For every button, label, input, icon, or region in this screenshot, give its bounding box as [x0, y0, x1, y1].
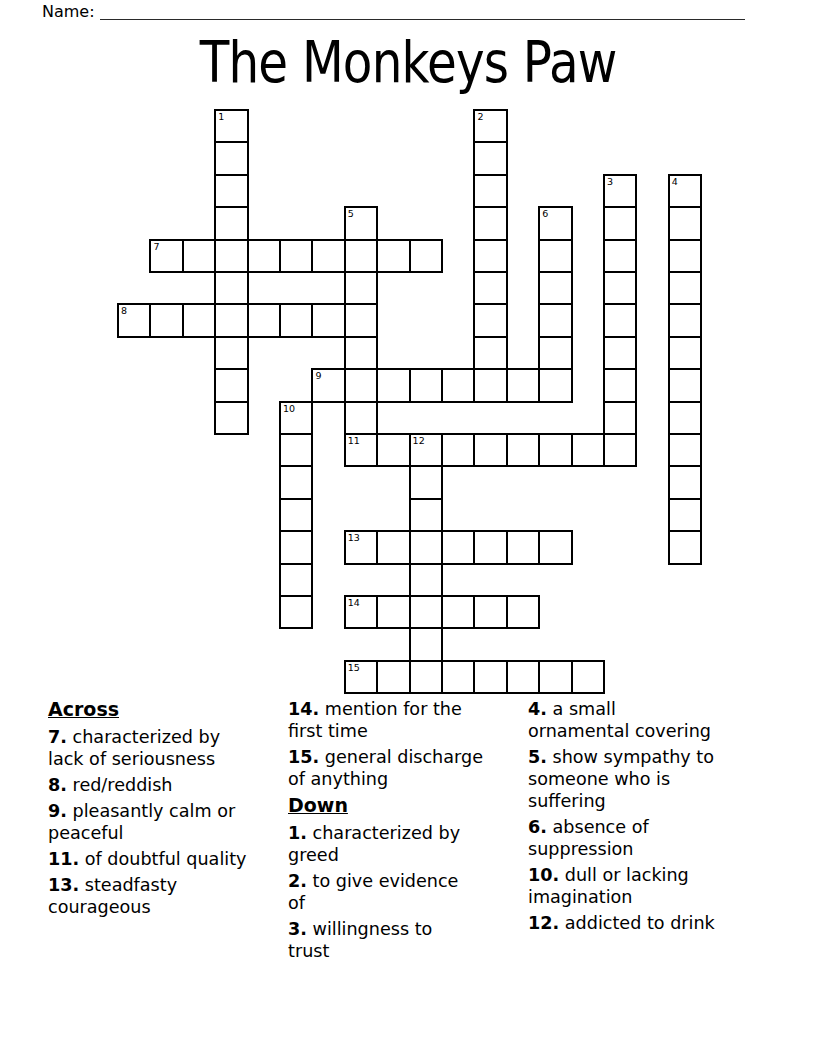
grid-cell-r4c11[interactable] [473, 239, 507, 273]
grid-cell-r15c8[interactable] [376, 595, 410, 629]
cell-number-5: 5 [348, 209, 354, 219]
grid-cell-r8c12[interactable] [506, 368, 540, 402]
grid-cell-r3c17[interactable] [668, 206, 702, 240]
puzzle-title: The Monkeys Paw [200, 33, 617, 93]
grid-cell-r6c2[interactable] [182, 303, 216, 337]
clue-13: 13. steadfasty courageous [48, 874, 282, 918]
crossword-grid: 123456789101112131415 [118, 110, 702, 694]
clue-10: 10. dull or lacking imagination [528, 864, 758, 908]
clue-text: addicted to drink [559, 913, 715, 933]
clue-11: 11. of doubtful quality [48, 848, 282, 870]
grid-cell-r10c13[interactable] [538, 433, 572, 467]
grid-cell-r10c5[interactable] [279, 433, 313, 467]
grid-cell-r10c17[interactable] [668, 433, 702, 467]
cell-number-11: 11 [348, 436, 360, 446]
grid-cell-r7c11[interactable] [473, 336, 507, 370]
grid-cell-r0c11[interactable]: 2 [473, 109, 507, 143]
grid-cell-r7c7[interactable] [344, 336, 378, 370]
grid-cell-r6c5[interactable] [279, 303, 313, 337]
clue-9: 9. pleasantly calm or peaceful [48, 800, 282, 844]
grid-cell-r3c7[interactable]: 5 [344, 206, 378, 240]
clue-number-label: 1. [288, 823, 307, 843]
cell-number-1: 1 [218, 112, 224, 122]
clue-1: 1. characterized by greed [288, 822, 510, 866]
grid-cell-r4c5[interactable] [279, 239, 313, 273]
cell-number-10: 10 [283, 404, 295, 414]
grid-cell-r4c2[interactable] [182, 239, 216, 273]
grid-cell-r8c17[interactable] [668, 368, 702, 402]
grid-cell-r17c10[interactable] [441, 660, 475, 694]
grid-cell-r8c8[interactable] [376, 368, 410, 402]
grid-cell-r8c13[interactable] [538, 368, 572, 402]
clue-5: 5. show sympathy to someone who is suffe… [528, 746, 758, 812]
clue-text: show sympathy to someone who is sufferin… [528, 747, 714, 811]
clue-text: a small ornamental covering [528, 699, 711, 741]
cell-number-8: 8 [121, 306, 127, 316]
clue-text: red/reddish [67, 775, 173, 795]
grid-cell-r5c3[interactable] [214, 271, 248, 305]
grid-cell-r9c15[interactable] [603, 401, 637, 435]
grid-cell-r10c7[interactable]: 11 [344, 433, 378, 467]
grid-cell-r1c11[interactable] [473, 141, 507, 175]
grid-cell-r6c7[interactable] [344, 303, 378, 337]
grid-cell-r10c15[interactable] [603, 433, 637, 467]
grid-cell-r15c10[interactable] [441, 595, 475, 629]
grid-cell-r2c3[interactable] [214, 174, 248, 208]
grid-cell-r14c5[interactable] [279, 563, 313, 597]
grid-cell-r6c13[interactable] [538, 303, 572, 337]
grid-cell-r8c15[interactable] [603, 368, 637, 402]
grid-cell-r8c11[interactable] [473, 368, 507, 402]
clue-number-label: 12. [528, 913, 559, 933]
grid-cell-r3c13[interactable]: 6 [538, 206, 572, 240]
clue-number-label: 10. [528, 865, 559, 885]
grid-cell-r12c17[interactable] [668, 498, 702, 532]
cell-number-2: 2 [477, 112, 483, 122]
grid-cell-r13c12[interactable] [506, 530, 540, 564]
clue-list-header-down: Down [288, 794, 510, 816]
clue-6: 6. absence of suppression [528, 816, 758, 860]
grid-cell-r5c13[interactable] [538, 271, 572, 305]
clue-number-label: 11. [48, 849, 79, 869]
grid-cell-r15c11[interactable] [473, 595, 507, 629]
clue-number-label: 14. [288, 699, 319, 719]
clue-number-label: 6. [528, 817, 547, 837]
grid-cell-r4c3[interactable] [214, 239, 248, 273]
clue-column-2: 14. mention for the first time15. genera… [288, 698, 510, 966]
grid-cell-r7c17[interactable] [668, 336, 702, 370]
grid-cell-r4c7[interactable] [344, 239, 378, 273]
clue-4: 4. a small ornamental covering [528, 698, 758, 742]
grid-cell-r4c17[interactable] [668, 239, 702, 273]
clue-text: absence of suppression [528, 817, 649, 859]
grid-cell-r13c10[interactable] [441, 530, 475, 564]
grid-cell-r17c11[interactable] [473, 660, 507, 694]
grid-cell-r7c3[interactable] [214, 336, 248, 370]
clue-column-3: 4. a small ornamental covering5. show sy… [528, 698, 758, 938]
grid-cell-r10c10[interactable] [441, 433, 475, 467]
grid-cell-r8c6[interactable]: 9 [311, 368, 345, 402]
clue-14: 14. mention for the first time [288, 698, 510, 742]
clue-number-label: 9. [48, 801, 67, 821]
grid-cell-r7c13[interactable] [538, 336, 572, 370]
grid-cell-r9c7[interactable] [344, 401, 378, 435]
grid-cell-r17c9[interactable] [409, 660, 443, 694]
grid-cell-r4c8[interactable] [376, 239, 410, 273]
cell-number-15: 15 [348, 663, 360, 673]
grid-cell-r3c15[interactable] [603, 206, 637, 240]
grid-cell-r10c11[interactable] [473, 433, 507, 467]
grid-cell-r6c1[interactable] [149, 303, 183, 337]
grid-cell-r4c4[interactable] [247, 239, 281, 273]
grid-cell-r4c6[interactable] [311, 239, 345, 273]
grid-cell-r17c14[interactable] [571, 660, 605, 694]
grid-cell-r8c9[interactable] [409, 368, 443, 402]
grid-cell-r5c15[interactable] [603, 271, 637, 305]
title-wrap: The Monkeys Paw [0, 33, 816, 93]
grid-cell-r10c8[interactable] [376, 433, 410, 467]
grid-cell-r5c7[interactable] [344, 271, 378, 305]
clue-text: willingness to trust [288, 919, 432, 961]
name-row: Name: [42, 2, 95, 26]
grid-cell-r4c15[interactable] [603, 239, 637, 273]
grid-cell-r7c15[interactable] [603, 336, 637, 370]
worksheet-page: Name: The Monkeys Paw 123456789101112131… [0, 0, 816, 1056]
grid-cell-r1c3[interactable] [214, 141, 248, 175]
clue-text: to give evidence of [288, 871, 458, 913]
grid-cell-r9c17[interactable] [668, 401, 702, 435]
grid-cell-r13c9[interactable] [409, 530, 443, 564]
cell-number-14: 14 [348, 598, 360, 608]
grid-cell-r15c7[interactable]: 14 [344, 595, 378, 629]
grid-cell-r13c17[interactable] [668, 530, 702, 564]
grid-cell-r17c8[interactable] [376, 660, 410, 694]
grid-cell-r9c5[interactable]: 10 [279, 401, 313, 435]
grid-cell-r8c3[interactable] [214, 368, 248, 402]
grid-cell-r8c7[interactable] [344, 368, 378, 402]
cell-number-9: 9 [315, 371, 321, 381]
grid-cell-r13c13[interactable] [538, 530, 572, 564]
grid-cell-r10c14[interactable] [571, 433, 605, 467]
grid-cell-r0c3[interactable]: 1 [214, 109, 248, 143]
grid-cell-r15c9[interactable] [409, 595, 443, 629]
clue-list-header-across: Across [48, 698, 282, 720]
clue-number-label: 13. [48, 875, 79, 895]
grid-cell-r17c7[interactable]: 15 [344, 660, 378, 694]
grid-cell-r3c11[interactable] [473, 206, 507, 240]
grid-cell-r12c5[interactable] [279, 498, 313, 532]
clues-section: Across7. characterized by lack of seriou… [48, 698, 768, 958]
clue-number-label: 7. [48, 727, 67, 747]
clue-3: 3. willingness to trust [288, 918, 510, 962]
grid-cell-r16c9[interactable] [409, 627, 443, 661]
grid-cell-r14c9[interactable] [409, 563, 443, 597]
clue-15: 15. general discharge of anything [288, 746, 510, 790]
grid-cell-r6c17[interactable] [668, 303, 702, 337]
grid-cell-r5c17[interactable] [668, 271, 702, 305]
cell-number-4: 4 [672, 177, 678, 187]
grid-cell-r8c10[interactable] [441, 368, 475, 402]
grid-cell-r9c3[interactable] [214, 401, 248, 435]
grid-cell-r10c12[interactable] [506, 433, 540, 467]
grid-cell-r13c8[interactable] [376, 530, 410, 564]
grid-cell-r2c17[interactable]: 4 [668, 174, 702, 208]
clue-number-label: 2. [288, 871, 307, 891]
clue-text: of doubtful quality [79, 849, 246, 869]
grid-cell-r4c13[interactable] [538, 239, 572, 273]
grid-cell-r2c15[interactable]: 3 [603, 174, 637, 208]
grid-cell-r2c11[interactable] [473, 174, 507, 208]
grid-cell-r10c9[interactable]: 12 [409, 433, 443, 467]
grid-cell-r13c7[interactable]: 13 [344, 530, 378, 564]
cell-number-6: 6 [542, 209, 548, 219]
name-blank-line[interactable] [100, 19, 745, 20]
cell-number-13: 13 [348, 533, 360, 543]
grid-cell-r6c0[interactable]: 8 [117, 303, 151, 337]
name-label: Name: [42, 2, 95, 21]
clue-number-label: 3. [288, 919, 307, 939]
clue-text: characterized by lack of seriousness [48, 727, 220, 769]
clue-7: 7. characterized by lack of seriousness [48, 726, 282, 770]
grid-cell-r11c5[interactable] [279, 465, 313, 499]
clue-number-label: 4. [528, 699, 547, 719]
grid-cell-r6c6[interactable] [311, 303, 345, 337]
grid-cell-r17c13[interactable] [538, 660, 572, 694]
clue-number-label: 5. [528, 747, 547, 767]
grid-cell-r12c9[interactable] [409, 498, 443, 532]
cell-number-7: 7 [153, 242, 159, 252]
grid-cell-r13c11[interactable] [473, 530, 507, 564]
grid-cell-r15c12[interactable] [506, 595, 540, 629]
clue-2: 2. to give evidence of [288, 870, 510, 914]
grid-cell-r6c11[interactable] [473, 303, 507, 337]
grid-cell-r6c4[interactable] [247, 303, 281, 337]
grid-cell-r17c12[interactable] [506, 660, 540, 694]
grid-cell-r3c3[interactable] [214, 206, 248, 240]
clue-8: 8. red/reddish [48, 774, 282, 796]
clue-text: pleasantly calm or peaceful [48, 801, 235, 843]
grid-cell-r11c17[interactable] [668, 465, 702, 499]
cell-number-3: 3 [607, 177, 613, 187]
grid-cell-r4c9[interactable] [409, 239, 443, 273]
clue-12: 12. addicted to drink [528, 912, 758, 934]
grid-cell-r13c5[interactable] [279, 530, 313, 564]
cell-number-12: 12 [413, 436, 425, 446]
clue-column-1: Across7. characterized by lack of seriou… [48, 698, 282, 922]
grid-cell-r5c11[interactable] [473, 271, 507, 305]
grid-cell-r15c5[interactable] [279, 595, 313, 629]
clue-text: characterized by greed [288, 823, 460, 865]
grid-cell-r4c1[interactable]: 7 [149, 239, 183, 273]
clue-number-label: 8. [48, 775, 67, 795]
grid-cell-r11c9[interactable] [409, 465, 443, 499]
grid-cell-r6c15[interactable] [603, 303, 637, 337]
grid-cell-r6c3[interactable] [214, 303, 248, 337]
clue-number-label: 15. [288, 747, 319, 767]
